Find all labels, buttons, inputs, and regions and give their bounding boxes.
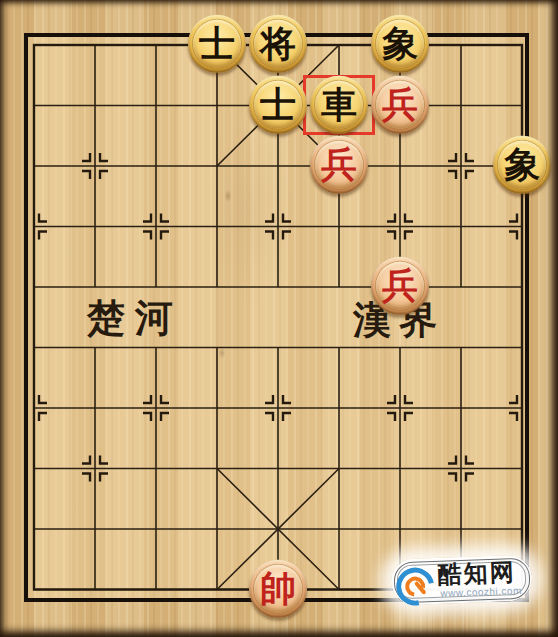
piece-glyph: 将 <box>254 20 302 68</box>
piece-black-general[interactable]: 将 <box>249 15 307 73</box>
piece-glyph: 帥 <box>254 564 302 612</box>
piece-red-general[interactable]: 帥 <box>249 559 307 617</box>
piece-red-soldier-a[interactable]: 兵 <box>371 75 429 133</box>
piece-glyph: 象 <box>498 141 546 189</box>
piece-red-soldier-b[interactable]: 兵 <box>310 136 368 194</box>
piece-red-soldier-c[interactable]: 兵 <box>371 257 429 315</box>
piece-glyph: 士 <box>193 20 241 68</box>
piece-black-advisor-b[interactable]: 士 <box>249 75 307 133</box>
piece-glyph: 兵 <box>376 80 424 128</box>
coozhi-logo-icon <box>396 567 435 606</box>
xiangqi-screenshot: 楚河 漢界 士将象士車兵兵象兵帥 酷知网 www.coozhi.com <box>0 0 558 637</box>
coozhi-watermark: 酷知网 www.coozhi.com <box>390 555 533 606</box>
piece-glyph: 兵 <box>315 141 363 189</box>
piece-black-elephant-a[interactable]: 象 <box>371 15 429 73</box>
piece-black-chariot[interactable]: 車 <box>310 75 368 133</box>
piece-glyph: 象 <box>376 20 424 68</box>
river-label-left: 楚河 <box>87 299 183 337</box>
watermark-site-name: 酷知网 <box>437 560 516 587</box>
piece-glyph: 車 <box>315 80 363 128</box>
piece-glyph: 兵 <box>376 262 424 310</box>
piece-black-advisor-a[interactable]: 士 <box>188 15 246 73</box>
piece-black-elephant-b[interactable]: 象 <box>493 136 551 194</box>
piece-glyph: 士 <box>254 80 302 128</box>
